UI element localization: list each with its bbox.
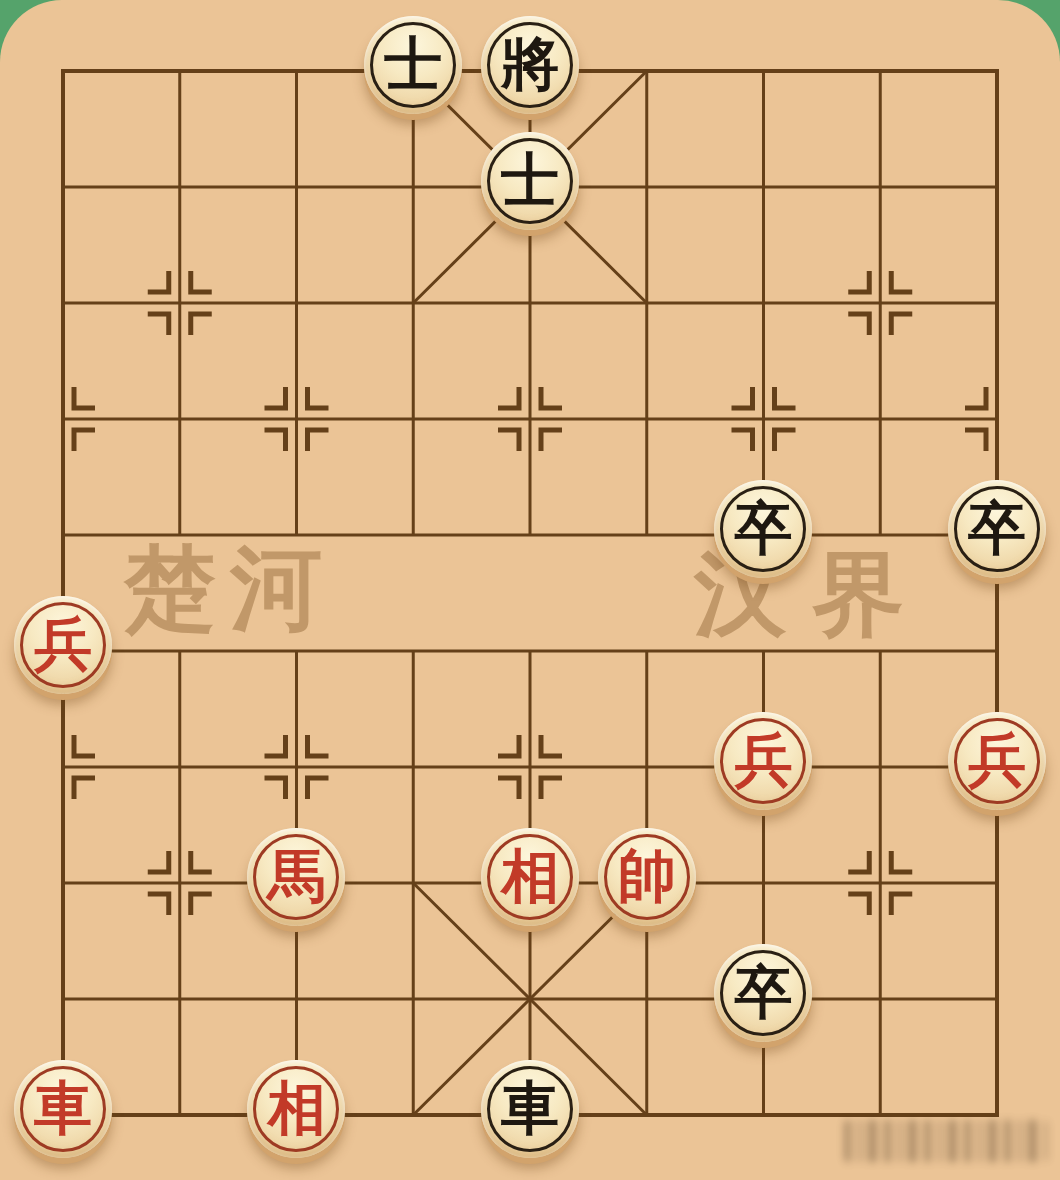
piece-glyph: 卒 <box>734 499 792 557</box>
piece-red-soldier[interactable]: 兵 <box>948 712 1046 810</box>
piece-glyph: 相 <box>267 1079 325 1137</box>
piece-glyph: 相 <box>501 847 559 905</box>
piece-red-general[interactable]: 帥 <box>598 828 696 926</box>
xiangqi-board-panel: 楚河 汉界 士將士卒卒兵兵兵馬相帥卒車相車 <box>0 0 1060 1180</box>
piece-red-elephant[interactable]: 相 <box>481 828 579 926</box>
piece-red-soldier[interactable]: 兵 <box>14 596 112 694</box>
piece-black-advisor[interactable]: 士 <box>364 16 462 114</box>
piece-black-advisor[interactable]: 士 <box>481 132 579 230</box>
piece-glyph: 將 <box>501 35 559 93</box>
piece-red-chariot[interactable]: 車 <box>14 1060 112 1158</box>
piece-black-chariot[interactable]: 車 <box>481 1060 579 1158</box>
piece-glyph: 兵 <box>34 615 92 673</box>
piece-black-general[interactable]: 將 <box>481 16 579 114</box>
piece-glyph: 士 <box>384 35 442 93</box>
piece-glyph: 車 <box>501 1079 559 1137</box>
piece-red-horse[interactable]: 馬 <box>247 828 345 926</box>
piece-glyph: 卒 <box>968 499 1026 557</box>
piece-red-elephant[interactable]: 相 <box>247 1060 345 1158</box>
piece-black-soldier[interactable]: 卒 <box>714 480 812 578</box>
piece-red-soldier[interactable]: 兵 <box>714 712 812 810</box>
piece-glyph: 車 <box>34 1079 92 1137</box>
piece-glyph: 卒 <box>734 963 792 1021</box>
piece-glyph: 士 <box>501 151 559 209</box>
pieces-layer: 士將士卒卒兵兵兵馬相帥卒車相車 <box>5 13 1056 1173</box>
piece-glyph: 馬 <box>267 847 325 905</box>
piece-black-soldier[interactable]: 卒 <box>948 480 1046 578</box>
piece-glyph: 帥 <box>618 847 676 905</box>
piece-glyph: 兵 <box>968 731 1026 789</box>
watermark-smudge <box>845 1120 1047 1162</box>
piece-black-soldier[interactable]: 卒 <box>714 944 812 1042</box>
piece-glyph: 兵 <box>734 731 792 789</box>
